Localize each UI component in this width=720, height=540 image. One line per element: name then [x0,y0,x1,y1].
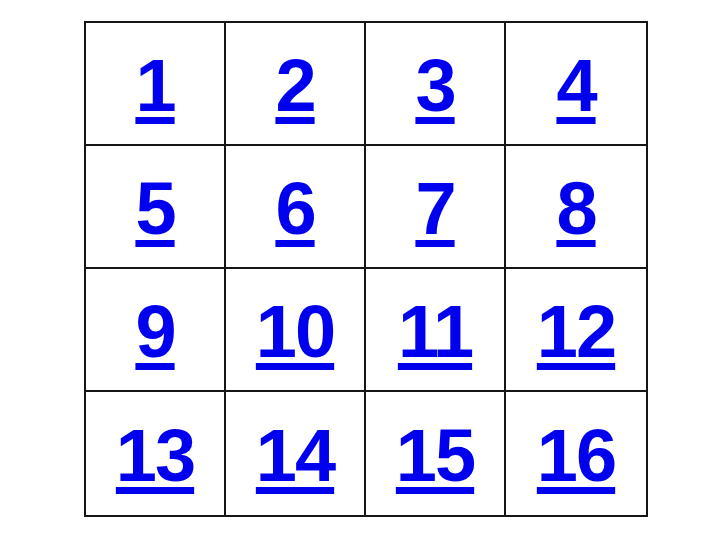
grid-cell-11[interactable]: 11 [366,269,506,392]
grid-cell-16[interactable]: 16 [506,392,646,515]
number-link-3[interactable]: 3 [415,49,454,123]
grid-cell-2[interactable]: 2 [226,23,366,146]
grid-cell-12[interactable]: 12 [506,269,646,392]
number-link-16[interactable]: 16 [537,419,615,493]
number-link-13[interactable]: 13 [116,419,194,493]
grid-cell-14[interactable]: 14 [226,392,366,515]
grid-cell-3[interactable]: 3 [366,23,506,146]
number-link-2[interactable]: 2 [275,49,314,123]
number-link-15[interactable]: 15 [396,419,474,493]
grid-cell-8[interactable]: 8 [506,146,646,269]
number-link-4[interactable]: 4 [556,49,595,123]
grid-cell-10[interactable]: 10 [226,269,366,392]
number-link-5[interactable]: 5 [135,172,174,246]
grid-cell-13[interactable]: 13 [86,392,226,515]
grid-cell-15[interactable]: 15 [366,392,506,515]
number-link-14[interactable]: 14 [256,419,334,493]
number-link-1[interactable]: 1 [135,49,174,123]
number-link-10[interactable]: 10 [256,295,334,369]
number-link-7[interactable]: 7 [415,172,454,246]
number-link-8[interactable]: 8 [556,172,595,246]
grid-cell-4[interactable]: 4 [506,23,646,146]
number-link-9[interactable]: 9 [135,295,174,369]
grid-cell-5[interactable]: 5 [86,146,226,269]
number-link-12[interactable]: 12 [537,295,615,369]
grid-cell-7[interactable]: 7 [366,146,506,269]
number-grid-board: 1 2 3 4 5 6 7 8 9 10 11 [84,21,648,517]
grid-cell-9[interactable]: 9 [86,269,226,392]
number-link-6[interactable]: 6 [275,172,314,246]
number-link-11[interactable]: 11 [398,295,472,369]
page: 1 2 3 4 5 6 7 8 9 10 11 [0,0,720,540]
grid-cell-6[interactable]: 6 [226,146,366,269]
grid-cell-1[interactable]: 1 [86,23,226,146]
